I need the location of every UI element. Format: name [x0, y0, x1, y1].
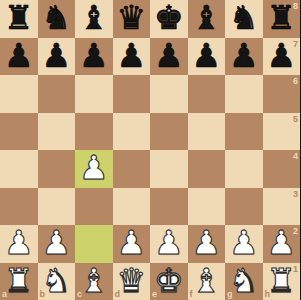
square-g8[interactable]: ♞ [225, 0, 263, 38]
square-c8[interactable]: ♝ [75, 0, 113, 38]
black-rook[interactable]: ♜ [4, 1, 34, 34]
square-f8[interactable]: ♝ [188, 0, 226, 38]
black-pawn[interactable]: ♟ [229, 39, 259, 72]
square-g4[interactable] [225, 150, 263, 188]
square-f6[interactable] [188, 75, 226, 113]
square-e1[interactable]: ♚e [150, 263, 188, 300]
square-f2[interactable]: ♟ [188, 225, 226, 263]
white-knight[interactable]: ♞ [229, 264, 259, 297]
square-b8[interactable]: ♞ [38, 0, 76, 38]
white-pawn[interactable]: ♟ [116, 226, 146, 259]
square-d4[interactable] [113, 150, 151, 188]
square-d6[interactable] [113, 75, 151, 113]
square-h4[interactable]: 4 [263, 150, 301, 188]
square-b5[interactable] [38, 113, 76, 151]
square-a3[interactable] [0, 188, 38, 226]
black-pawn[interactable]: ♟ [191, 39, 221, 72]
white-pawn[interactable]: ♟ [79, 151, 109, 184]
square-b7[interactable]: ♟ [38, 38, 76, 76]
square-d2[interactable]: ♟ [113, 225, 151, 263]
rank-label-6: 6 [293, 77, 298, 86]
white-rook[interactable]: ♜ [4, 264, 34, 297]
square-c5[interactable] [75, 113, 113, 151]
black-rook[interactable]: ♜ [266, 1, 296, 34]
black-pawn[interactable]: ♟ [154, 39, 184, 72]
white-pawn[interactable]: ♟ [154, 226, 184, 259]
black-knight[interactable]: ♞ [41, 1, 71, 34]
black-pawn[interactable]: ♟ [266, 39, 296, 72]
white-pawn[interactable]: ♟ [191, 226, 221, 259]
square-a6[interactable] [0, 75, 38, 113]
square-f5[interactable] [188, 113, 226, 151]
black-knight[interactable]: ♞ [229, 1, 259, 34]
white-bishop[interactable]: ♝ [191, 264, 221, 297]
white-pawn[interactable]: ♟ [229, 226, 259, 259]
square-c6[interactable] [75, 75, 113, 113]
chess-board: ♜♞♝♛♚♝♞♜8♟♟♟♟♟♟♟♟765♟43♟♟♟♟♟♟♟2♜a♞b♝c♛d♚… [0, 0, 300, 300]
square-a2[interactable]: ♟ [0, 225, 38, 263]
white-king[interactable]: ♚ [154, 264, 184, 297]
square-e3[interactable] [150, 188, 188, 226]
square-h2[interactable]: ♟2 [263, 225, 301, 263]
black-king[interactable]: ♚ [154, 1, 184, 34]
square-b2[interactable]: ♟ [38, 225, 76, 263]
square-h3[interactable]: 3 [263, 188, 301, 226]
square-b3[interactable] [38, 188, 76, 226]
white-bishop[interactable]: ♝ [79, 264, 109, 297]
square-f1[interactable]: ♝f [188, 263, 226, 300]
white-pawn[interactable]: ♟ [41, 226, 71, 259]
square-b1[interactable]: ♞b [38, 263, 76, 300]
square-a7[interactable]: ♟ [0, 38, 38, 76]
square-a8[interactable]: ♜ [0, 0, 38, 38]
black-bishop[interactable]: ♝ [79, 1, 109, 34]
square-b6[interactable] [38, 75, 76, 113]
square-f7[interactable]: ♟ [188, 38, 226, 76]
white-rook[interactable]: ♜ [266, 264, 296, 297]
square-c2[interactable] [75, 225, 113, 263]
square-f4[interactable] [188, 150, 226, 188]
white-pawn[interactable]: ♟ [266, 226, 296, 259]
square-e5[interactable] [150, 113, 188, 151]
square-e4[interactable] [150, 150, 188, 188]
black-pawn[interactable]: ♟ [41, 39, 71, 72]
black-pawn[interactable]: ♟ [4, 39, 34, 72]
square-c1[interactable]: ♝c [75, 263, 113, 300]
square-d8[interactable]: ♛ [113, 0, 151, 38]
square-g2[interactable]: ♟ [225, 225, 263, 263]
square-d3[interactable] [113, 188, 151, 226]
square-e2[interactable]: ♟ [150, 225, 188, 263]
white-pawn[interactable]: ♟ [4, 226, 34, 259]
square-d5[interactable] [113, 113, 151, 151]
square-f3[interactable] [188, 188, 226, 226]
rank-label-3: 3 [293, 190, 298, 199]
rank-label-5: 5 [293, 115, 298, 124]
square-e6[interactable] [150, 75, 188, 113]
rank-label-4: 4 [293, 152, 298, 161]
square-h6[interactable]: 6 [263, 75, 301, 113]
square-a1[interactable]: ♜a [0, 263, 38, 300]
square-d7[interactable]: ♟ [113, 38, 151, 76]
square-g1[interactable]: ♞g [225, 263, 263, 300]
square-c7[interactable]: ♟ [75, 38, 113, 76]
square-h5[interactable]: 5 [263, 113, 301, 151]
square-h1[interactable]: ♜1h [263, 263, 301, 300]
square-e8[interactable]: ♚ [150, 0, 188, 38]
square-e7[interactable]: ♟ [150, 38, 188, 76]
white-queen[interactable]: ♛ [116, 264, 146, 297]
square-c3[interactable] [75, 188, 113, 226]
black-bishop[interactable]: ♝ [191, 1, 221, 34]
square-c4[interactable]: ♟ [75, 150, 113, 188]
square-g7[interactable]: ♟ [225, 38, 263, 76]
black-queen[interactable]: ♛ [116, 1, 146, 34]
square-a4[interactable] [0, 150, 38, 188]
black-pawn[interactable]: ♟ [116, 39, 146, 72]
square-h7[interactable]: ♟7 [263, 38, 301, 76]
square-g5[interactable] [225, 113, 263, 151]
black-pawn[interactable]: ♟ [79, 39, 109, 72]
square-h8[interactable]: ♜8 [263, 0, 301, 38]
white-knight[interactable]: ♞ [41, 264, 71, 297]
square-b4[interactable] [38, 150, 76, 188]
square-a5[interactable] [0, 113, 38, 151]
square-g3[interactable] [225, 188, 263, 226]
square-d1[interactable]: ♛d [113, 263, 151, 300]
square-g6[interactable] [225, 75, 263, 113]
